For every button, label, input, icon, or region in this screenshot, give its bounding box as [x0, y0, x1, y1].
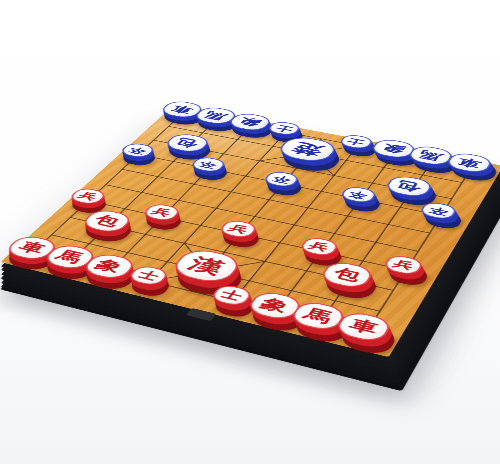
- piece-glyph: 馬: [301, 307, 335, 326]
- piece-glyph: 包: [91, 213, 123, 228]
- piece-glyph: 卒: [197, 160, 219, 170]
- piece-glyph: 卒: [127, 146, 149, 155]
- piece-glyph: 馬: [53, 249, 86, 265]
- piece-glyph: 漢: [185, 255, 229, 277]
- piece-glyph: 包: [395, 179, 424, 193]
- piece-glyph: 兵: [391, 259, 415, 271]
- piece-glyph: 卒: [427, 205, 449, 216]
- janggi-board: 車馬象士士象馬車楚包包卒卒卒卒卒兵兵兵兵兵包包漢車馬象士士象馬車: [0, 105, 500, 357]
- piece-glyph: 楚: [289, 141, 326, 157]
- piece-glyph: 士: [136, 269, 161, 282]
- piece-glyph: 卒: [270, 174, 292, 184]
- piece-glyph: 包: [331, 266, 364, 283]
- product-photo-stage: 車馬象士士象馬車楚包包卒卒卒卒卒兵兵兵兵兵包包漢車馬象士士象馬車: [0, 0, 500, 464]
- piece-glyph: 車: [346, 317, 381, 336]
- piece-glyph: 卒: [347, 189, 369, 200]
- piece-glyph: 車: [455, 156, 483, 169]
- piece-glyph: 象: [379, 142, 407, 154]
- piece-glyph: 象: [257, 296, 291, 314]
- piece-glyph: 兵: [150, 207, 173, 218]
- piece-glyph: 象: [92, 258, 126, 275]
- piece-glyph: 士: [274, 124, 295, 133]
- piece-glyph: 兵: [76, 191, 99, 201]
- piece-glyph: 馬: [202, 110, 229, 121]
- piece-glyph: 兵: [227, 223, 251, 234]
- board-line: [32, 113, 183, 253]
- piece-glyph: 象: [236, 116, 263, 128]
- piece-glyph: 包: [173, 137, 201, 149]
- piece-glyph: 兵: [307, 240, 331, 252]
- piece-glyph: 車: [15, 240, 48, 256]
- piece-glyph: 士: [346, 137, 367, 146]
- piece-glyph: 車: [169, 104, 196, 115]
- piece-glyph: 馬: [417, 149, 445, 162]
- piece-glyph: 士: [219, 289, 245, 302]
